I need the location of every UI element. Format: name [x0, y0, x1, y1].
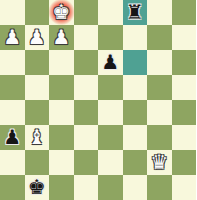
square-c4[interactable]: [49, 100, 74, 125]
square-e5[interactable]: [98, 75, 123, 100]
square-b8[interactable]: [25, 0, 50, 25]
square-e4[interactable]: [98, 100, 123, 125]
square-h6[interactable]: [172, 50, 197, 75]
black-pawn-piece[interactable]: ♟: [3, 125, 21, 150]
square-h2[interactable]: [172, 150, 197, 175]
square-b3[interactable]: ♝: [25, 125, 50, 150]
square-e6[interactable]: ♟: [98, 50, 123, 75]
square-g8[interactable]: [147, 0, 172, 25]
square-a5[interactable]: [0, 75, 25, 100]
black-rook-piece[interactable]: ♜: [126, 0, 144, 25]
square-b5[interactable]: [25, 75, 50, 100]
square-h5[interactable]: [172, 75, 197, 100]
square-f2[interactable]: [123, 150, 148, 175]
square-g4[interactable]: [147, 100, 172, 125]
square-f8[interactable]: ♜: [123, 0, 148, 25]
square-a3[interactable]: ♟: [0, 125, 25, 150]
square-d5[interactable]: [74, 75, 99, 100]
square-d7[interactable]: [74, 25, 99, 50]
square-f5[interactable]: [123, 75, 148, 100]
square-e8[interactable]: [98, 0, 123, 25]
square-g6[interactable]: [147, 50, 172, 75]
white-queen-piece[interactable]: ♛: [150, 150, 168, 175]
square-f3[interactable]: [123, 125, 148, 150]
square-c7[interactable]: ♟: [49, 25, 74, 50]
square-h7[interactable]: [172, 25, 197, 50]
square-a8[interactable]: [0, 0, 25, 25]
square-a2[interactable]: [0, 150, 25, 175]
square-h1[interactable]: [172, 175, 197, 200]
square-e3[interactable]: [98, 125, 123, 150]
square-a1[interactable]: [0, 175, 25, 200]
white-pawn-piece[interactable]: ♟: [52, 25, 70, 50]
black-pawn-piece[interactable]: ♟: [101, 50, 119, 75]
square-g5[interactable]: [147, 75, 172, 100]
square-d8[interactable]: [74, 0, 99, 25]
square-h4[interactable]: [172, 100, 197, 125]
square-g3[interactable]: [147, 125, 172, 150]
square-h8[interactable]: [172, 0, 197, 25]
white-pawn-piece[interactable]: ♟: [3, 25, 21, 50]
square-g7[interactable]: [147, 25, 172, 50]
square-e1[interactable]: [98, 175, 123, 200]
square-d1[interactable]: [74, 175, 99, 200]
square-f6[interactable]: [123, 50, 148, 75]
white-pawn-piece[interactable]: ♟: [28, 25, 46, 50]
square-b6[interactable]: [25, 50, 50, 75]
square-c6[interactable]: [49, 50, 74, 75]
square-a7[interactable]: ♟: [0, 25, 25, 50]
square-e2[interactable]: [98, 150, 123, 175]
square-d6[interactable]: [74, 50, 99, 75]
square-g1[interactable]: [147, 175, 172, 200]
square-h3[interactable]: [172, 125, 197, 150]
square-c1[interactable]: [49, 175, 74, 200]
square-a4[interactable]: [0, 100, 25, 125]
square-d2[interactable]: [74, 150, 99, 175]
chess-board: ♚♜♟♟♟♟♟♝♛♚: [0, 0, 196, 200]
square-c2[interactable]: [49, 150, 74, 175]
square-c8[interactable]: ♚: [49, 0, 74, 25]
square-f7[interactable]: [123, 25, 148, 50]
square-d4[interactable]: [74, 100, 99, 125]
square-d3[interactable]: [74, 125, 99, 150]
white-king-piece[interactable]: ♚: [52, 0, 70, 25]
white-bishop-piece[interactable]: ♝: [28, 125, 46, 150]
square-e7[interactable]: [98, 25, 123, 50]
square-b2[interactable]: [25, 150, 50, 175]
square-g2[interactable]: ♛: [147, 150, 172, 175]
square-f1[interactable]: [123, 175, 148, 200]
square-b1[interactable]: ♚: [25, 175, 50, 200]
square-b7[interactable]: ♟: [25, 25, 50, 50]
square-f4[interactable]: [123, 100, 148, 125]
square-b4[interactable]: [25, 100, 50, 125]
square-c3[interactable]: [49, 125, 74, 150]
square-a6[interactable]: [0, 50, 25, 75]
square-c5[interactable]: [49, 75, 74, 100]
black-king-piece[interactable]: ♚: [28, 175, 46, 200]
